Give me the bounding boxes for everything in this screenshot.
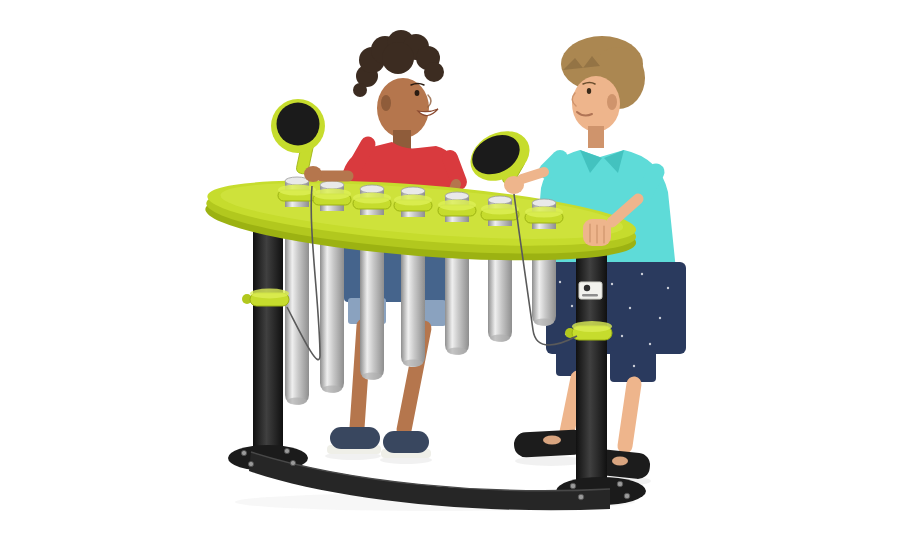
left-boy-left-sleeve [450,158,459,182]
chime-tube-end [403,360,423,367]
left-boy-mallet-hand [304,166,322,182]
chime-cap-ring-top [394,195,432,206]
polo-logo-dot [644,144,648,148]
right-boy-neck [588,126,604,148]
left-boy-eye [415,90,420,96]
right-boy-mallet-hand [504,176,524,194]
mallet-left [271,99,368,182]
right-boy-leg [625,384,634,446]
scene [0,0,900,540]
chime-cap-top [320,181,344,189]
chime-tube [360,231,384,380]
chime-tube-end [322,386,342,393]
chime-cap-ring-top [481,204,519,215]
chime-cap-ring-top [353,193,391,204]
right-boy-raised-sleeve [547,158,560,171]
product-photo [0,0,900,540]
left-boy-shoes [327,427,431,458]
right-boy-ear [607,94,617,110]
chime-tube-end [534,319,554,326]
chime-cap-ring-top [438,200,476,211]
chime-tube [320,227,344,393]
right-boy-left-sleeve [643,172,656,196]
chime-cap-top [360,185,384,193]
left-boy-ear [381,95,391,111]
chime-cap-top [401,187,425,195]
right-boy-shorts [546,262,686,382]
chime-tube-end [490,335,510,342]
chime-tube-end [287,398,307,405]
mallet-head-disc [277,103,320,146]
chime-cap-ring-top [525,207,563,218]
chime-cap-ring-top [313,189,351,200]
chime-cap-top [532,199,556,207]
brand-logo-icon [584,285,590,291]
manufacturer-label [579,282,602,299]
chime-cap-top [488,196,512,204]
left-post [253,216,283,456]
chime-cap-top [445,192,469,200]
chime-cap-ring-top [278,185,316,196]
chime-tube-end [447,348,467,355]
right-boy-eye [587,88,591,94]
chime-tube [285,223,309,405]
right-boy-raised-forearm [522,172,544,179]
chime-tube-end [362,373,382,380]
tether-collar-left [242,289,289,307]
